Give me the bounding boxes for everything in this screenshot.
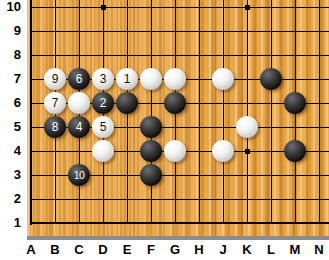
stone-b7: 9 [44,68,66,90]
stone-e7: 1 [116,68,138,90]
col-label-c: C [69,240,89,260]
stone-number: 2 [100,97,107,109]
stone-number: 10 [74,170,85,181]
stone-f5 [140,116,162,138]
stone-number: 7 [52,97,59,109]
col-label-h: H [189,240,209,260]
stone-f4 [140,140,162,162]
row-label-5: 5 [0,118,21,136]
col-label-n: N [309,240,329,260]
stone-b6: 7 [44,92,66,114]
stone-grid: 96317284510 [19,0,329,235]
stone-g4 [164,140,186,162]
stone-number: 8 [52,121,59,133]
row-label-10: 10 [0,0,21,16]
col-label-j: J [213,240,233,260]
col-label-f: F [141,240,161,260]
stone-b5: 8 [44,116,66,138]
stone-number: 9 [52,73,59,85]
row-label-4: 4 [0,142,21,160]
row-label-2: 2 [0,190,21,208]
stone-l7 [260,68,282,90]
stone-f7 [140,68,162,90]
column-coordinates: ABCDEFGHJKLMN [0,240,329,260]
col-label-d: D [93,240,113,260]
row-coordinates: 10987654321 [0,0,27,240]
stone-m4 [284,140,306,162]
col-label-l: L [261,240,281,260]
stone-c3: 10 [68,164,90,186]
stone-number: 5 [100,121,107,133]
go-board[interactable]: 96317284510 [27,0,329,236]
stone-c5: 4 [68,116,90,138]
col-label-k: K [237,240,257,260]
stone-number: 6 [76,73,83,85]
stone-d6: 2 [92,92,114,114]
stone-number: 4 [76,121,83,133]
go-diagram: 96317284510 10987654321 ABCDEFGHJKLMN [0,0,329,260]
row-label-6: 6 [0,94,21,112]
row-label-1: 1 [0,214,21,232]
col-label-g: G [165,240,185,260]
col-label-e: E [117,240,137,260]
col-label-m: M [285,240,305,260]
stone-d5: 5 [92,116,114,138]
stone-number: 1 [124,73,131,85]
stone-g7 [164,68,186,90]
col-label-a: A [21,240,41,260]
stone-e6 [116,92,138,114]
row-label-9: 9 [0,22,21,40]
row-label-3: 3 [0,166,21,184]
stone-j7 [212,68,234,90]
col-label-b: B [45,240,65,260]
stone-g6 [164,92,186,114]
stone-c7: 6 [68,68,90,90]
row-label-7: 7 [0,70,21,88]
stone-d7: 3 [92,68,114,90]
row-label-8: 8 [0,46,21,64]
stone-m6 [284,92,306,114]
stone-k5 [236,116,258,138]
stone-f3 [140,164,162,186]
stone-number: 3 [100,73,107,85]
stone-j4 [212,140,234,162]
stone-d4 [92,140,114,162]
stone-c6 [68,92,90,114]
